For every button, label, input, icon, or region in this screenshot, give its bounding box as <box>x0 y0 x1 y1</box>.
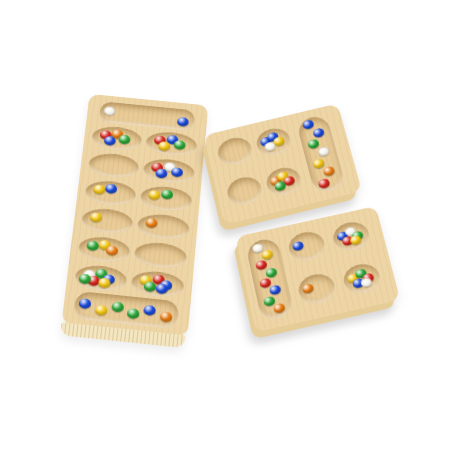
upper-half-store[interactable] <box>296 114 347 194</box>
bead-green <box>174 139 186 149</box>
bead-yellow <box>89 212 102 223</box>
upper-half-pit-bottom-right[interactable] <box>264 164 304 198</box>
bead-green <box>160 189 173 199</box>
lower-half-pit-bottom-left[interactable] <box>296 271 338 307</box>
bead-green <box>127 308 140 319</box>
full-board-pit-row4-left[interactable] <box>81 207 134 236</box>
bead-blue <box>302 119 315 130</box>
bead-blue <box>143 305 156 316</box>
bead-green <box>86 240 99 251</box>
full-board-pit-row6-right[interactable] <box>130 269 185 299</box>
bead-blue <box>103 135 115 145</box>
bead-blue <box>292 240 305 251</box>
mancala-half-board-lower <box>235 206 400 332</box>
bead-yellow <box>94 305 107 316</box>
bead-orange <box>159 311 172 322</box>
bead-red <box>255 260 268 271</box>
full-board-pit-row5-left[interactable] <box>77 235 131 264</box>
bead-white <box>317 146 330 157</box>
lower-half-store[interactable] <box>245 237 295 322</box>
full-board-pit-row1-right[interactable] <box>145 130 198 158</box>
mancala-full-board <box>61 94 208 336</box>
lower-half-pit-bottom-right[interactable] <box>341 261 383 297</box>
bead-yellow <box>148 190 161 200</box>
bead-orange <box>302 283 315 294</box>
bead-green <box>119 134 131 144</box>
full-board-pit-row6-left[interactable] <box>74 263 128 292</box>
bead-orange <box>106 245 119 256</box>
bead-blue <box>269 285 282 296</box>
full-board-pit-row1-left[interactable] <box>91 125 143 152</box>
mancala-half-board-upper <box>203 103 362 224</box>
full-board-pit-row3-left[interactable] <box>84 179 137 207</box>
bead-blue <box>312 127 325 138</box>
bead-green <box>111 301 124 312</box>
bead-blue <box>171 167 183 177</box>
full-board-bottom-store[interactable] <box>73 291 179 329</box>
product-photo-scene <box>0 0 450 450</box>
bead-white <box>103 106 115 116</box>
lower-half-pit-top-left[interactable] <box>286 229 327 264</box>
upper-half-pit-top-right[interactable] <box>254 125 293 158</box>
bead-yellow <box>312 158 325 169</box>
full-board-pit-row4-right[interactable] <box>136 212 190 241</box>
full-board-pit-row2-right[interactable] <box>142 157 195 185</box>
bead-blue <box>177 117 189 127</box>
upper-half-pit-bottom-left[interactable] <box>225 174 265 208</box>
lower-half-pit-top-right[interactable] <box>330 219 371 254</box>
bead-green <box>307 139 320 150</box>
full-board-pit-row3-right[interactable] <box>139 184 193 212</box>
bead-yellow <box>261 249 274 260</box>
bead-blue <box>105 183 118 193</box>
bead-orange <box>145 218 158 229</box>
bead-orange <box>322 166 335 177</box>
bead-red <box>317 178 330 189</box>
upper-half-pit-top-left[interactable] <box>215 135 254 168</box>
bead-blue <box>79 298 92 309</box>
bead-orange <box>273 303 286 314</box>
bead-yellow <box>93 184 106 194</box>
full-board-pit-row2-left[interactable] <box>88 152 140 180</box>
full-board-pit-row5-right[interactable] <box>133 241 187 270</box>
bead-green <box>265 267 278 278</box>
